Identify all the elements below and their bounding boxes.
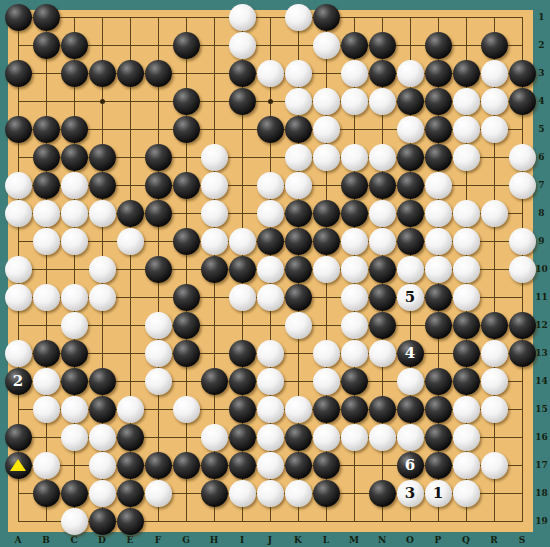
black-stone (229, 396, 256, 423)
black-stone (173, 452, 200, 479)
white-stone (341, 424, 368, 451)
white-stone (61, 312, 88, 339)
triangle-marker (10, 459, 26, 471)
white-stone (509, 172, 536, 199)
black-stone (369, 256, 396, 283)
white-stone (313, 340, 340, 367)
white-stone (285, 396, 312, 423)
white-stone (425, 172, 452, 199)
black-stone (425, 284, 452, 311)
black-stone (229, 256, 256, 283)
black-stone (257, 228, 284, 255)
white-stone (5, 172, 32, 199)
black-stone (89, 172, 116, 199)
black-stone (145, 144, 172, 171)
column-label: K (291, 536, 305, 545)
black-stone: 6 (397, 452, 424, 479)
star-point (268, 99, 273, 104)
white-stone (453, 424, 480, 451)
black-stone (61, 368, 88, 395)
white-stone (453, 480, 480, 507)
white-stone (257, 340, 284, 367)
black-stone (313, 452, 340, 479)
column-label: C (67, 536, 81, 545)
row-label: 17 (535, 461, 548, 470)
white-stone (481, 340, 508, 367)
white-stone (61, 396, 88, 423)
column-label: E (123, 536, 137, 545)
black-stone (229, 424, 256, 451)
white-stone (453, 256, 480, 283)
black-stone (61, 116, 88, 143)
black-stone (89, 60, 116, 87)
white-stone (33, 284, 60, 311)
black-stone (369, 480, 396, 507)
black-stone (145, 200, 172, 227)
white-stone (369, 88, 396, 115)
black-stone (5, 424, 32, 451)
move-number-label: 3 (405, 486, 415, 501)
white-stone (341, 312, 368, 339)
black-stone (397, 88, 424, 115)
white-stone (61, 200, 88, 227)
white-stone (33, 452, 60, 479)
black-stone (61, 480, 88, 507)
white-stone (341, 144, 368, 171)
white-stone (229, 4, 256, 31)
white-stone (453, 452, 480, 479)
black-stone (313, 396, 340, 423)
white-stone (397, 256, 424, 283)
black-stone: 2 (5, 368, 32, 395)
go-game-screenshot: ABCDEFGHIJKLMNOPQRS123456789101112131415… (0, 0, 550, 547)
white-stone (341, 284, 368, 311)
black-stone (173, 284, 200, 311)
white-stone (397, 424, 424, 451)
white-stone (481, 116, 508, 143)
black-stone (33, 172, 60, 199)
white-stone (313, 116, 340, 143)
white-stone (313, 368, 340, 395)
white-stone (117, 396, 144, 423)
black-stone (201, 368, 228, 395)
black-stone (145, 256, 172, 283)
white-stone (397, 116, 424, 143)
black-stone (145, 172, 172, 199)
white-stone (5, 340, 32, 367)
column-label: O (403, 536, 417, 545)
black-stone (481, 32, 508, 59)
white-stone: 1 (425, 480, 452, 507)
move-number-label: 1 (433, 486, 443, 501)
white-stone (145, 480, 172, 507)
black-stone (425, 116, 452, 143)
white-stone (33, 396, 60, 423)
black-stone (313, 4, 340, 31)
black-stone (425, 368, 452, 395)
white-stone (5, 284, 32, 311)
white-stone (369, 200, 396, 227)
white-stone (5, 200, 32, 227)
column-label: J (263, 536, 277, 545)
white-stone (33, 228, 60, 255)
column-label: G (179, 536, 193, 545)
black-stone (285, 116, 312, 143)
column-label: D (95, 536, 109, 545)
white-stone (201, 228, 228, 255)
column-label: M (347, 536, 361, 545)
star-point (100, 99, 105, 104)
white-stone (397, 368, 424, 395)
white-stone (89, 480, 116, 507)
black-stone (425, 32, 452, 59)
black-stone (229, 368, 256, 395)
black-stone (61, 144, 88, 171)
column-label: B (39, 536, 53, 545)
row-label: 10 (535, 265, 548, 274)
black-stone (313, 200, 340, 227)
white-stone (453, 284, 480, 311)
black-stone (369, 396, 396, 423)
black-stone (397, 396, 424, 423)
white-stone (257, 480, 284, 507)
black-stone (173, 312, 200, 339)
white-stone (341, 60, 368, 87)
white-stone (341, 88, 368, 115)
move-number-label: 6 (405, 458, 415, 473)
black-stone (173, 88, 200, 115)
white-stone (33, 368, 60, 395)
row-label: 19 (535, 517, 548, 526)
white-stone: 3 (397, 480, 424, 507)
white-stone (33, 200, 60, 227)
black-stone (509, 312, 536, 339)
column-label: I (235, 536, 249, 545)
white-stone: 5 (397, 284, 424, 311)
row-label: 8 (535, 209, 548, 218)
column-label: R (487, 536, 501, 545)
black-stone (369, 312, 396, 339)
black-stone (201, 452, 228, 479)
white-stone (509, 144, 536, 171)
column-label: L (319, 536, 333, 545)
black-stone (5, 116, 32, 143)
row-label: 2 (535, 41, 548, 50)
white-stone (5, 256, 32, 283)
white-stone (229, 32, 256, 59)
black-stone (425, 88, 452, 115)
black-stone (33, 4, 60, 31)
black-stone (285, 424, 312, 451)
black-stone (341, 200, 368, 227)
white-stone (201, 172, 228, 199)
white-stone (481, 200, 508, 227)
black-stone (453, 340, 480, 367)
column-label: A (11, 536, 25, 545)
white-stone (201, 424, 228, 451)
white-stone (201, 144, 228, 171)
white-stone (481, 88, 508, 115)
white-stone (341, 256, 368, 283)
black-stone (341, 172, 368, 199)
black-stone (509, 340, 536, 367)
black-stone (341, 32, 368, 59)
white-stone (453, 116, 480, 143)
black-stone (425, 424, 452, 451)
white-stone (425, 256, 452, 283)
white-stone (313, 32, 340, 59)
black-stone (285, 200, 312, 227)
white-stone (89, 452, 116, 479)
row-label: 14 (535, 377, 548, 386)
black-stone (145, 60, 172, 87)
white-stone (313, 256, 340, 283)
white-stone (145, 312, 172, 339)
black-stone (453, 60, 480, 87)
column-label: S (515, 536, 529, 545)
black-stone (425, 60, 452, 87)
white-stone (89, 424, 116, 451)
white-stone (61, 172, 88, 199)
white-stone (257, 284, 284, 311)
white-stone (61, 508, 88, 535)
white-stone (313, 144, 340, 171)
white-stone (257, 368, 284, 395)
white-stone (257, 396, 284, 423)
black-stone (61, 60, 88, 87)
move-number-label: 4 (405, 346, 415, 361)
row-label: 1 (535, 13, 548, 22)
move-number-label: 5 (405, 290, 415, 305)
white-stone (509, 228, 536, 255)
white-stone (61, 284, 88, 311)
move-number-label: 2 (13, 374, 23, 389)
black-stone (117, 424, 144, 451)
white-stone (145, 368, 172, 395)
black-stone (313, 480, 340, 507)
white-stone (397, 60, 424, 87)
white-stone (369, 340, 396, 367)
white-stone (453, 228, 480, 255)
white-stone (313, 88, 340, 115)
white-stone (285, 144, 312, 171)
white-stone (285, 88, 312, 115)
row-label: 7 (535, 181, 548, 190)
black-stone (369, 32, 396, 59)
white-stone (341, 340, 368, 367)
black-stone (229, 88, 256, 115)
row-label: 9 (535, 237, 548, 246)
row-label: 13 (535, 349, 548, 358)
black-stone (61, 340, 88, 367)
row-label: 4 (535, 97, 548, 106)
black-stone (5, 4, 32, 31)
black-stone (341, 368, 368, 395)
black-stone (229, 60, 256, 87)
black-stone (229, 452, 256, 479)
black-stone (89, 144, 116, 171)
row-label: 18 (535, 489, 548, 498)
white-stone (369, 424, 396, 451)
white-stone (89, 256, 116, 283)
row-label: 12 (535, 321, 548, 330)
black-stone (453, 368, 480, 395)
row-label: 15 (535, 405, 548, 414)
white-stone (481, 396, 508, 423)
white-stone (257, 60, 284, 87)
white-stone (229, 284, 256, 311)
black-stone (397, 200, 424, 227)
row-label: 6 (535, 153, 548, 162)
black-stone (117, 508, 144, 535)
column-label: Q (459, 536, 473, 545)
row-label: 11 (535, 293, 548, 302)
black-stone (397, 228, 424, 255)
black-stone (173, 340, 200, 367)
black-stone (397, 144, 424, 171)
black-stone (425, 312, 452, 339)
row-label: 5 (535, 125, 548, 134)
black-stone (89, 368, 116, 395)
black-stone (117, 452, 144, 479)
black-stone (369, 60, 396, 87)
black-stone (397, 172, 424, 199)
black-stone (145, 452, 172, 479)
white-stone (257, 172, 284, 199)
white-stone (481, 60, 508, 87)
black-stone (173, 116, 200, 143)
black-stone (453, 312, 480, 339)
white-stone (285, 60, 312, 87)
white-stone (453, 144, 480, 171)
black-stone (285, 452, 312, 479)
black-stone (89, 508, 116, 535)
black-stone (285, 284, 312, 311)
black-stone (285, 256, 312, 283)
white-stone (229, 228, 256, 255)
black-stone (369, 284, 396, 311)
white-stone (285, 312, 312, 339)
white-stone (145, 340, 172, 367)
white-stone (117, 228, 144, 255)
white-stone (257, 256, 284, 283)
black-stone (285, 228, 312, 255)
black-stone (5, 60, 32, 87)
black-stone (201, 480, 228, 507)
white-stone (425, 200, 452, 227)
white-stone (369, 228, 396, 255)
column-label: P (431, 536, 445, 545)
column-label: H (207, 536, 221, 545)
black-stone (201, 256, 228, 283)
black-stone (33, 340, 60, 367)
white-stone (453, 396, 480, 423)
white-stone (61, 228, 88, 255)
black-stone (425, 396, 452, 423)
black-stone (117, 480, 144, 507)
white-stone (481, 452, 508, 479)
white-stone (61, 424, 88, 451)
white-stone (425, 228, 452, 255)
white-stone (453, 200, 480, 227)
black-stone (481, 312, 508, 339)
black-stone (509, 60, 536, 87)
white-stone (481, 368, 508, 395)
white-stone (313, 424, 340, 451)
black-stone (425, 452, 452, 479)
black-stone (173, 32, 200, 59)
white-stone (173, 396, 200, 423)
black-stone (117, 200, 144, 227)
black-stone (313, 228, 340, 255)
white-stone (285, 4, 312, 31)
black-stone (229, 340, 256, 367)
white-stone (257, 200, 284, 227)
column-label: N (375, 536, 389, 545)
black-stone (425, 144, 452, 171)
black-stone (33, 116, 60, 143)
black-stone (89, 396, 116, 423)
black-stone: 4 (397, 340, 424, 367)
black-stone (509, 88, 536, 115)
white-stone (201, 200, 228, 227)
black-stone (33, 144, 60, 171)
black-stone (173, 172, 200, 199)
white-stone (257, 424, 284, 451)
white-stone (285, 172, 312, 199)
row-label: 16 (535, 433, 548, 442)
white-stone (229, 480, 256, 507)
white-stone (89, 200, 116, 227)
white-stone (369, 144, 396, 171)
column-label: F (151, 536, 165, 545)
black-stone (173, 228, 200, 255)
white-stone (453, 88, 480, 115)
row-label: 3 (535, 69, 548, 78)
black-stone (257, 116, 284, 143)
white-stone (257, 452, 284, 479)
black-stone (369, 172, 396, 199)
black-stone (117, 60, 144, 87)
black-stone (341, 396, 368, 423)
white-stone (89, 284, 116, 311)
black-stone (33, 480, 60, 507)
white-stone (341, 228, 368, 255)
black-stone (61, 32, 88, 59)
black-stone (5, 452, 32, 479)
black-stone (33, 32, 60, 59)
white-stone (509, 256, 536, 283)
white-stone (285, 480, 312, 507)
